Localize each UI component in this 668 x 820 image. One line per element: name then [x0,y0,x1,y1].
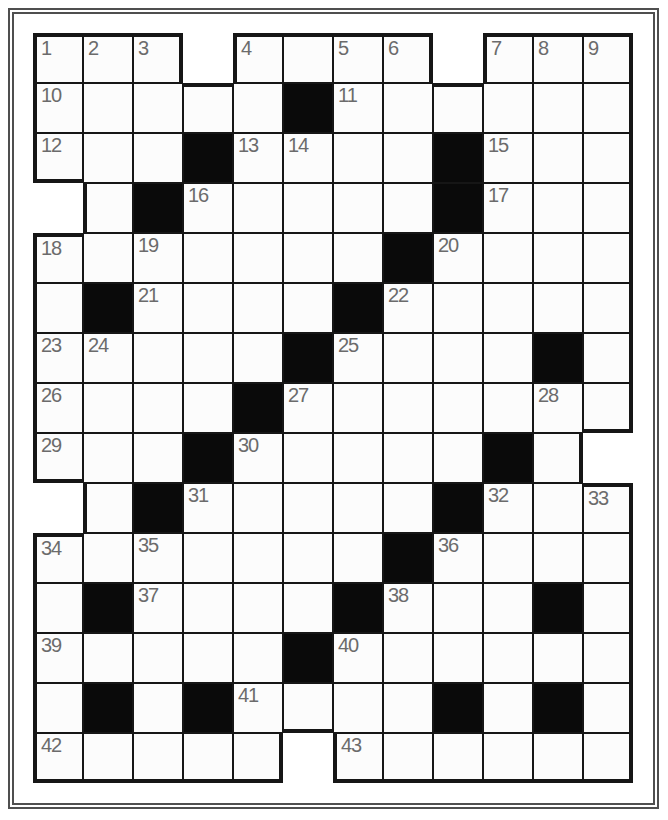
white-cell[interactable] [383,333,433,383]
black-cell [533,683,583,733]
clue-number: 13 [238,134,258,157]
white-cell[interactable] [533,533,583,583]
white-cell[interactable]: 24 [83,333,133,383]
white-cell[interactable] [483,733,533,783]
clue-number: 1 [41,37,51,60]
clue-number: 17 [488,184,508,207]
white-cell[interactable]: 31 [183,483,233,533]
white-cell[interactable] [533,233,583,283]
clue-number: 20 [438,234,458,257]
white-cell[interactable] [233,83,283,133]
clue-number: 8 [538,37,548,60]
white-cell[interactable]: 38 [383,583,433,633]
white-cell[interactable] [383,633,433,683]
white-cell[interactable] [33,683,83,733]
white-cell[interactable]: 10 [33,83,83,133]
white-cell[interactable] [283,233,333,283]
white-cell[interactable] [83,83,133,133]
white-cell[interactable] [233,733,283,783]
black-cell [433,683,483,733]
white-cell[interactable] [583,633,633,683]
white-cell[interactable] [383,183,433,233]
white-cell[interactable]: 20 [433,233,483,283]
white-cell[interactable]: 41 [233,683,283,733]
white-cell[interactable] [283,283,333,333]
white-cell[interactable] [583,683,633,733]
white-cell[interactable] [133,383,183,433]
white-cell[interactable] [133,333,183,383]
clue-number: 22 [388,284,408,307]
white-cell[interactable]: 33 [583,483,633,533]
clue-number: 4 [241,37,251,60]
white-cell[interactable] [283,433,333,483]
white-cell[interactable] [133,133,183,183]
white-cell[interactable] [583,133,633,183]
black-cell [333,583,383,633]
white-cell[interactable]: 2 [83,33,133,83]
white-cell[interactable] [183,533,233,583]
white-cell[interactable] [583,283,633,333]
white-cell[interactable]: 36 [433,533,483,583]
white-cell[interactable] [283,33,333,83]
white-cell[interactable] [233,483,283,533]
white-cell[interactable] [333,233,383,283]
white-cell[interactable] [583,383,633,433]
black-cell [283,83,333,133]
white-cell[interactable] [283,183,333,233]
white-cell[interactable] [83,533,133,583]
black-cell [433,483,483,533]
void-cell [33,483,83,533]
white-cell[interactable] [483,333,533,383]
clue-number: 16 [188,184,208,207]
white-cell[interactable] [83,133,133,183]
white-cell[interactable]: 23 [33,333,83,383]
white-cell[interactable] [533,133,583,183]
white-cell[interactable] [333,383,383,433]
white-cell[interactable]: 7 [483,33,533,83]
white-cell[interactable]: 21 [133,283,183,333]
white-cell[interactable]: 1 [33,33,83,83]
white-cell[interactable] [483,633,533,683]
white-cell[interactable] [533,633,583,683]
white-cell[interactable] [183,333,233,383]
clue-number: 26 [41,384,61,407]
white-cell[interactable] [433,733,483,783]
white-cell[interactable] [283,483,333,533]
black-cell [83,583,133,633]
white-cell[interactable] [183,233,233,283]
white-cell[interactable] [433,83,483,133]
void-cell [583,433,633,483]
white-cell[interactable] [83,233,133,283]
clue-number: 2 [88,37,98,60]
white-cell[interactable] [333,483,383,533]
white-cell[interactable]: 14 [283,133,333,183]
white-cell[interactable] [583,333,633,383]
black-cell [533,583,583,633]
white-cell[interactable] [33,283,83,333]
black-cell [333,283,383,333]
clue-number: 29 [41,434,61,457]
white-cell[interactable] [283,583,333,633]
white-cell[interactable] [383,483,433,533]
clue-number: 10 [41,84,61,107]
clue-number: 15 [488,134,508,157]
white-cell[interactable]: 4 [233,33,283,83]
white-cell[interactable]: 15 [483,133,533,183]
crossword-board: 1234567891011121314151617181920212223242… [33,33,633,783]
white-cell[interactable] [483,533,533,583]
white-cell[interactable]: 30 [233,433,283,483]
white-cell[interactable] [83,733,133,783]
clue-number: 21 [138,284,158,307]
white-cell[interactable] [233,233,283,283]
clue-number: 27 [288,384,308,407]
black-cell [83,283,133,333]
white-cell[interactable]: 29 [33,433,83,483]
white-cell[interactable] [583,233,633,283]
white-cell[interactable] [133,433,183,483]
white-cell[interactable] [583,733,633,783]
clue-number: 37 [138,584,158,607]
white-cell[interactable] [83,433,133,483]
white-cell[interactable] [183,83,233,133]
white-cell[interactable] [333,133,383,183]
clue-number: 42 [41,734,61,757]
white-cell[interactable]: 11 [333,83,383,133]
white-cell[interactable] [583,583,633,633]
white-cell[interactable] [433,433,483,483]
white-cell[interactable]: 18 [33,233,83,283]
black-cell [283,333,333,383]
white-cell[interactable] [133,683,183,733]
white-cell[interactable]: 16 [183,183,233,233]
white-cell[interactable] [183,283,233,333]
white-cell[interactable] [483,83,533,133]
white-cell[interactable] [583,533,633,583]
white-cell[interactable] [183,633,233,683]
black-cell [183,683,233,733]
clue-number: 6 [388,37,398,60]
black-cell [283,633,333,683]
white-cell[interactable]: 42 [33,733,83,783]
black-cell [183,133,233,183]
black-cell [383,233,433,283]
clue-number: 19 [138,234,158,257]
clue-number: 32 [488,484,508,507]
white-cell[interactable]: 13 [233,133,283,183]
white-cell[interactable]: 28 [533,383,583,433]
void-cell [33,183,83,233]
white-cell[interactable] [333,433,383,483]
white-cell[interactable] [83,483,133,533]
clue-number: 38 [388,584,408,607]
white-cell[interactable] [333,533,383,583]
clue-number: 43 [341,734,361,757]
white-cell[interactable]: 26 [33,383,83,433]
white-cell[interactable] [583,83,633,133]
black-cell [483,433,533,483]
clue-number: 35 [138,534,158,557]
white-cell[interactable] [33,583,83,633]
black-cell [133,483,183,533]
black-cell [533,333,583,383]
white-cell[interactable]: 3 [133,33,183,83]
white-cell[interactable] [233,183,283,233]
page-background: 1234567891011121314151617181920212223242… [0,0,668,820]
white-cell[interactable]: 17 [483,183,533,233]
white-cell[interactable]: 5 [333,33,383,83]
clue-number: 41 [238,684,258,707]
clue-number: 33 [588,487,608,510]
white-cell[interactable]: 6 [383,33,433,83]
white-cell[interactable] [283,683,333,733]
white-cell[interactable] [83,383,133,433]
black-cell [233,383,283,433]
clue-number: 3 [138,37,148,60]
white-cell[interactable] [433,383,483,433]
white-cell[interactable]: 39 [33,633,83,683]
black-cell [183,433,233,483]
white-cell[interactable] [533,483,583,533]
black-cell [383,533,433,583]
white-cell[interactable] [433,333,483,383]
white-cell[interactable]: 37 [133,583,183,633]
white-cell[interactable] [433,583,483,633]
clue-number: 30 [238,434,258,457]
white-cell[interactable] [533,733,583,783]
white-cell[interactable]: 25 [333,333,383,383]
clue-number: 31 [188,484,208,507]
clue-number: 40 [338,634,358,657]
white-cell[interactable]: 19 [133,233,183,283]
white-cell[interactable] [133,733,183,783]
black-cell [433,183,483,233]
clue-number: 9 [588,37,598,60]
white-cell[interactable] [183,383,233,433]
white-cell[interactable] [433,283,483,333]
clue-number: 28 [538,384,558,407]
white-cell[interactable] [483,683,533,733]
clue-number: 11 [338,84,357,107]
white-cell[interactable] [533,83,583,133]
clue-number: 23 [41,334,61,357]
white-cell[interactable] [133,83,183,133]
white-cell[interactable] [83,183,133,233]
clue-number: 39 [41,634,61,657]
clue-number: 34 [41,537,61,560]
white-cell[interactable] [233,633,283,683]
white-cell[interactable]: 32 [483,483,533,533]
white-cell[interactable]: 35 [133,533,183,583]
white-cell[interactable] [233,583,283,633]
white-cell[interactable] [383,383,433,433]
white-cell[interactable] [233,533,283,583]
white-cell[interactable] [483,583,533,633]
white-cell[interactable] [533,433,583,483]
clue-number: 24 [88,334,108,357]
white-cell[interactable] [383,733,433,783]
clue-number: 25 [338,334,358,357]
clue-number: 12 [41,134,61,157]
white-cell[interactable] [383,433,433,483]
white-cell[interactable] [283,533,333,583]
white-cell[interactable] [133,633,183,683]
black-cell [133,183,183,233]
white-cell[interactable] [233,283,283,333]
white-cell[interactable]: 22 [383,283,433,333]
white-cell[interactable] [483,233,533,283]
white-cell[interactable] [533,283,583,333]
white-cell[interactable] [483,283,533,333]
white-cell[interactable] [433,633,483,683]
clue-number: 36 [438,534,458,557]
clue-number: 14 [288,134,308,157]
white-cell[interactable] [83,633,133,683]
white-cell[interactable]: 40 [333,633,383,683]
clue-number: 18 [41,237,61,260]
clue-number: 5 [338,37,348,60]
black-cell [433,133,483,183]
white-cell[interactable]: 9 [583,33,633,83]
clue-number: 7 [491,37,501,60]
white-cell[interactable] [333,183,383,233]
white-cell[interactable] [483,383,533,433]
white-cell[interactable] [383,133,433,183]
white-cell[interactable] [383,683,433,733]
white-cell[interactable]: 12 [33,133,83,183]
white-cell[interactable] [183,733,233,783]
white-cell[interactable] [333,683,383,733]
white-cell[interactable] [583,183,633,233]
white-cell[interactable]: 27 [283,383,333,433]
white-cell[interactable] [533,183,583,233]
void-cell [433,33,483,83]
white-cell[interactable] [383,83,433,133]
white-cell[interactable]: 43 [333,733,383,783]
white-cell[interactable]: 8 [533,33,583,83]
void-cell [183,33,233,83]
black-cell [83,683,133,733]
white-cell[interactable] [183,583,233,633]
white-cell[interactable] [233,333,283,383]
white-cell[interactable]: 34 [33,533,83,583]
void-cell [283,733,333,783]
